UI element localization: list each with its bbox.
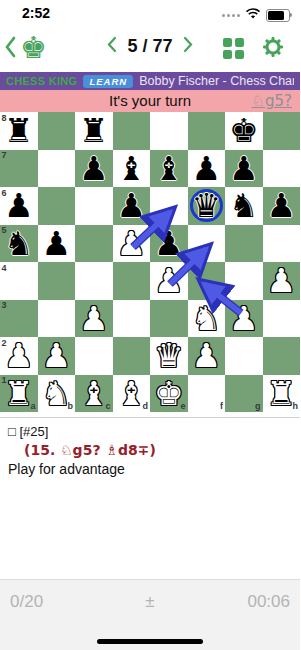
square-h5[interactable]: [263, 225, 301, 263]
rank-label-5: 5: [2, 225, 7, 235]
piece-white-queen: ♛: [150, 337, 188, 375]
file-label-h: h: [293, 401, 299, 411]
square-f7[interactable]: ♟: [188, 150, 226, 188]
square-h3[interactable]: [263, 300, 301, 338]
settings-gear-button[interactable]: [262, 36, 284, 62]
square-f6[interactable]: ♛: [188, 187, 226, 225]
file-label-e: e: [180, 401, 185, 411]
bottom-toolbar: 0/20 ± 00:06: [0, 579, 300, 650]
square-a1[interactable]: 1a♜: [0, 375, 38, 413]
square-b2[interactable]: ♟: [38, 337, 76, 375]
square-e3[interactable]: [150, 300, 188, 338]
square-b1[interactable]: b♞: [38, 375, 76, 413]
square-b7[interactable]: [38, 150, 76, 188]
piece-white-pawn: ♟: [188, 337, 226, 375]
square-h4[interactable]: ♟: [263, 262, 301, 300]
square-d2[interactable]: [113, 337, 151, 375]
prev-position-button[interactable]: [107, 36, 117, 57]
rank-label-3: 3: [2, 300, 7, 310]
square-g5[interactable]: [225, 225, 263, 263]
square-d1[interactable]: d♝: [113, 375, 151, 413]
selected-piece-highlight: [190, 189, 223, 222]
rank-label-8: 8: [2, 113, 7, 123]
chess-board: 8♜♜♚7♟♝♝♟♟6♟♟♛♞♟5♞♟♟♟4♟♟3♟♞♟2♟♟♛♟1a♜b♞c♝…: [0, 112, 300, 412]
puzzle-number: □ [#25]: [8, 424, 292, 439]
square-e4[interactable]: ♟: [150, 262, 188, 300]
square-a7[interactable]: 7: [0, 150, 38, 188]
file-label-g: g: [255, 401, 261, 411]
square-c3[interactable]: ♟: [75, 300, 113, 338]
cellular-signal-icon: [222, 14, 240, 17]
learn-badge: LEARN: [83, 75, 133, 88]
piece-black-pawn: ♟: [188, 150, 226, 188]
square-c4[interactable]: [75, 262, 113, 300]
course-title: Bobby Fischer - Chess Champion: [139, 74, 294, 88]
timer: 00:06: [247, 592, 290, 612]
wifi-icon: [245, 6, 261, 24]
rank-label-4: 4: [2, 263, 7, 273]
square-g7[interactable]: ♟: [225, 150, 263, 188]
piece-black-king: ♚: [225, 112, 263, 150]
square-d5[interactable]: ♟: [113, 225, 151, 263]
square-c2[interactable]: [75, 337, 113, 375]
piece-black-bishop: ♝: [113, 150, 151, 188]
piece-black-bishop: ♝: [150, 150, 188, 188]
square-a6[interactable]: 6♟: [0, 187, 38, 225]
square-f1[interactable]: f: [188, 375, 226, 413]
square-a5[interactable]: 5♞: [0, 225, 38, 263]
piece-white-pawn: ♟: [263, 262, 301, 300]
square-c7[interactable]: ♟: [75, 150, 113, 188]
piece-white-pawn: ♟: [75, 300, 113, 338]
square-c8[interactable]: ♜: [75, 112, 113, 150]
square-a8[interactable]: 8♜: [0, 112, 38, 150]
file-label-b: b: [68, 401, 74, 411]
piece-white-pawn: ♟: [225, 300, 263, 338]
square-f2[interactable]: ♟: [188, 337, 226, 375]
piece-white-knight: ♞: [188, 300, 226, 338]
square-d3[interactable]: [113, 300, 151, 338]
square-g4[interactable]: [225, 262, 263, 300]
square-h8[interactable]: [263, 112, 301, 150]
square-d7[interactable]: ♝: [113, 150, 151, 188]
square-h2[interactable]: [263, 337, 301, 375]
square-e2[interactable]: ♛: [150, 337, 188, 375]
square-b3[interactable]: [38, 300, 76, 338]
square-e8[interactable]: [150, 112, 188, 150]
rank-label-6: 6: [2, 188, 7, 198]
square-f3[interactable]: ♞: [188, 300, 226, 338]
square-g3[interactable]: ♟: [225, 300, 263, 338]
square-g2[interactable]: [225, 337, 263, 375]
clock-time: 2:52: [22, 5, 50, 21]
square-a3[interactable]: 3: [0, 300, 38, 338]
rank-label-2: 2: [2, 338, 7, 348]
square-b8[interactable]: [38, 112, 76, 150]
piece-white-pawn: ♟: [150, 262, 188, 300]
next-position-button[interactable]: [183, 36, 193, 57]
square-e6[interactable]: [150, 187, 188, 225]
home-indicator[interactable]: [97, 639, 203, 644]
square-a2[interactable]: 2♟: [0, 337, 38, 375]
position-counter: 5 / 77: [127, 36, 172, 57]
square-g8[interactable]: ♚: [225, 112, 263, 150]
course-banner: CHESS KING LEARN Bobby Fischer - Chess C…: [0, 72, 300, 90]
square-g6[interactable]: ♞: [225, 187, 263, 225]
square-d6[interactable]: ♟: [113, 187, 151, 225]
square-g1[interactable]: g: [225, 375, 263, 413]
square-b4[interactable]: [38, 262, 76, 300]
annotation-panel: □ [#25] (15. ♘g5? ♗d8∓) Play for advanta…: [0, 418, 300, 477]
square-h1[interactable]: h♜: [263, 375, 301, 413]
square-d4[interactable]: [113, 262, 151, 300]
status-bar: 2:52: [0, 0, 300, 24]
brand-label: CHESS KING: [6, 75, 77, 87]
navigation-bar: ♚ 5 / 77: [0, 24, 300, 72]
square-a4[interactable]: 4: [0, 262, 38, 300]
square-f4[interactable]: [188, 262, 226, 300]
battery-icon: [266, 9, 290, 22]
file-label-d: d: [143, 401, 149, 411]
square-c5[interactable]: [75, 225, 113, 263]
piece-white-pawn: ♟: [38, 337, 76, 375]
square-b5[interactable]: ♟: [38, 225, 76, 263]
square-b6[interactable]: [38, 187, 76, 225]
move-line: (15. ♘g5? ♗d8∓): [8, 442, 292, 458]
square-c1[interactable]: c♝: [75, 375, 113, 413]
square-h7[interactable]: [263, 150, 301, 188]
square-e5[interactable]: ♟: [150, 225, 188, 263]
piece-black-rook: ♜: [75, 112, 113, 150]
task-instruction: Play for advantage: [8, 461, 292, 477]
puzzle-grid-button[interactable]: [223, 38, 244, 59]
square-h6[interactable]: ♟: [263, 187, 301, 225]
piece-black-pawn: ♟: [150, 225, 188, 263]
square-c6[interactable]: [75, 187, 113, 225]
rank-label-7: 7: [2, 150, 7, 160]
piece-black-pawn: ♟: [225, 150, 263, 188]
square-e1[interactable]: e♚: [150, 375, 188, 413]
piece-black-pawn: ♟: [38, 225, 76, 263]
square-d8[interactable]: [113, 112, 151, 150]
square-e7[interactable]: ♝: [150, 150, 188, 188]
piece-black-pawn: ♟: [75, 150, 113, 188]
piece-white-pawn: ♟: [113, 225, 151, 263]
file-label-f: f: [220, 401, 223, 411]
piece-black-pawn: ♟: [113, 187, 151, 225]
square-f8[interactable]: [188, 112, 226, 150]
move-hint-link[interactable]: ♘g5?: [252, 92, 292, 110]
file-label-c: c: [105, 401, 110, 411]
piece-black-pawn: ♟: [263, 187, 301, 225]
turn-bar: It's your turn ♘g5?: [0, 90, 300, 112]
square-f5[interactable]: [188, 225, 226, 263]
rank-label-1: 1: [2, 375, 7, 385]
app-screen: 2:52 ♚ 5 / 77: [0, 0, 300, 650]
piece-black-knight: ♞: [225, 187, 263, 225]
file-label-a: a: [30, 401, 35, 411]
